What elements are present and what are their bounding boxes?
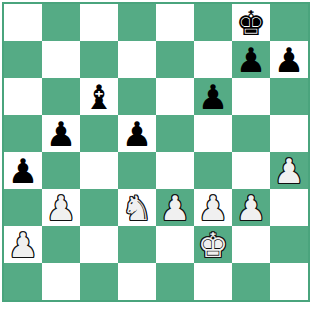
- square-h4[interactable]: ♟: [270, 152, 308, 189]
- square-e4[interactable]: [156, 152, 194, 189]
- square-a6[interactable]: [4, 78, 42, 115]
- square-f7[interactable]: [194, 41, 232, 78]
- piece-white-pawn[interactable]: ♟: [46, 191, 76, 225]
- square-c5[interactable]: [80, 115, 118, 152]
- square-g7[interactable]: ♟: [232, 41, 270, 78]
- square-a1[interactable]: [4, 263, 42, 300]
- square-b2[interactable]: [42, 226, 80, 263]
- square-a2[interactable]: ♟: [4, 226, 42, 263]
- piece-white-pawn[interactable]: ♟: [160, 191, 190, 225]
- square-h5[interactable]: [270, 115, 308, 152]
- square-g1[interactable]: [232, 263, 270, 300]
- square-e3[interactable]: ♟: [156, 189, 194, 226]
- square-f5[interactable]: [194, 115, 232, 152]
- square-e5[interactable]: [156, 115, 194, 152]
- square-h6[interactable]: [270, 78, 308, 115]
- square-g2[interactable]: [232, 226, 270, 263]
- square-c1[interactable]: [80, 263, 118, 300]
- square-d3[interactable]: ♞: [118, 189, 156, 226]
- square-e6[interactable]: [156, 78, 194, 115]
- square-f3[interactable]: ♟: [194, 189, 232, 226]
- square-c4[interactable]: [80, 152, 118, 189]
- square-c2[interactable]: [80, 226, 118, 263]
- piece-white-pawn[interactable]: ♟: [274, 154, 304, 188]
- square-b7[interactable]: [42, 41, 80, 78]
- piece-black-bishop[interactable]: ♝: [84, 80, 114, 114]
- piece-black-pawn[interactable]: ♟: [274, 43, 304, 77]
- piece-black-king[interactable]: ♚: [236, 6, 266, 40]
- page: ♚♟♟♝♟♟♟♟♟♟♞♟♟♟♟♚: [0, 0, 320, 309]
- square-h8[interactable]: [270, 4, 308, 41]
- square-h7[interactable]: ♟: [270, 41, 308, 78]
- square-g5[interactable]: [232, 115, 270, 152]
- square-f6[interactable]: ♟: [194, 78, 232, 115]
- square-e7[interactable]: [156, 41, 194, 78]
- square-c8[interactable]: [80, 4, 118, 41]
- square-f8[interactable]: [194, 4, 232, 41]
- square-b5[interactable]: ♟: [42, 115, 80, 152]
- square-d6[interactable]: [118, 78, 156, 115]
- square-a4[interactable]: ♟: [4, 152, 42, 189]
- piece-white-king[interactable]: ♚: [198, 228, 228, 262]
- square-a5[interactable]: [4, 115, 42, 152]
- square-b6[interactable]: [42, 78, 80, 115]
- piece-black-pawn[interactable]: ♟: [198, 80, 228, 114]
- square-c3[interactable]: [80, 189, 118, 226]
- piece-white-pawn[interactable]: ♟: [8, 228, 38, 262]
- piece-white-pawn[interactable]: ♟: [198, 191, 228, 225]
- square-d5[interactable]: ♟: [118, 115, 156, 152]
- piece-black-pawn[interactable]: ♟: [46, 117, 76, 151]
- square-c7[interactable]: [80, 41, 118, 78]
- square-f4[interactable]: [194, 152, 232, 189]
- piece-white-knight[interactable]: ♞: [122, 191, 152, 225]
- piece-white-pawn[interactable]: ♟: [236, 191, 266, 225]
- square-d8[interactable]: [118, 4, 156, 41]
- square-b3[interactable]: ♟: [42, 189, 80, 226]
- square-a7[interactable]: [4, 41, 42, 78]
- square-b4[interactable]: [42, 152, 80, 189]
- square-g6[interactable]: [232, 78, 270, 115]
- chess-board: ♚♟♟♝♟♟♟♟♟♟♞♟♟♟♟♚: [2, 2, 310, 302]
- square-a8[interactable]: [4, 4, 42, 41]
- square-c6[interactable]: ♝: [80, 78, 118, 115]
- piece-black-pawn[interactable]: ♟: [8, 154, 38, 188]
- square-g3[interactable]: ♟: [232, 189, 270, 226]
- square-d4[interactable]: [118, 152, 156, 189]
- square-d1[interactable]: [118, 263, 156, 300]
- square-e1[interactable]: [156, 263, 194, 300]
- square-b1[interactable]: [42, 263, 80, 300]
- square-g8[interactable]: ♚: [232, 4, 270, 41]
- square-e2[interactable]: [156, 226, 194, 263]
- square-d7[interactable]: [118, 41, 156, 78]
- square-f1[interactable]: [194, 263, 232, 300]
- square-f2[interactable]: ♚: [194, 226, 232, 263]
- square-e8[interactable]: [156, 4, 194, 41]
- square-a3[interactable]: [4, 189, 42, 226]
- square-h2[interactable]: [270, 226, 308, 263]
- square-h1[interactable]: [270, 263, 308, 300]
- square-b8[interactable]: [42, 4, 80, 41]
- square-d2[interactable]: [118, 226, 156, 263]
- square-h3[interactable]: [270, 189, 308, 226]
- piece-black-pawn[interactable]: ♟: [122, 117, 152, 151]
- piece-black-pawn[interactable]: ♟: [236, 43, 266, 77]
- square-g4[interactable]: [232, 152, 270, 189]
